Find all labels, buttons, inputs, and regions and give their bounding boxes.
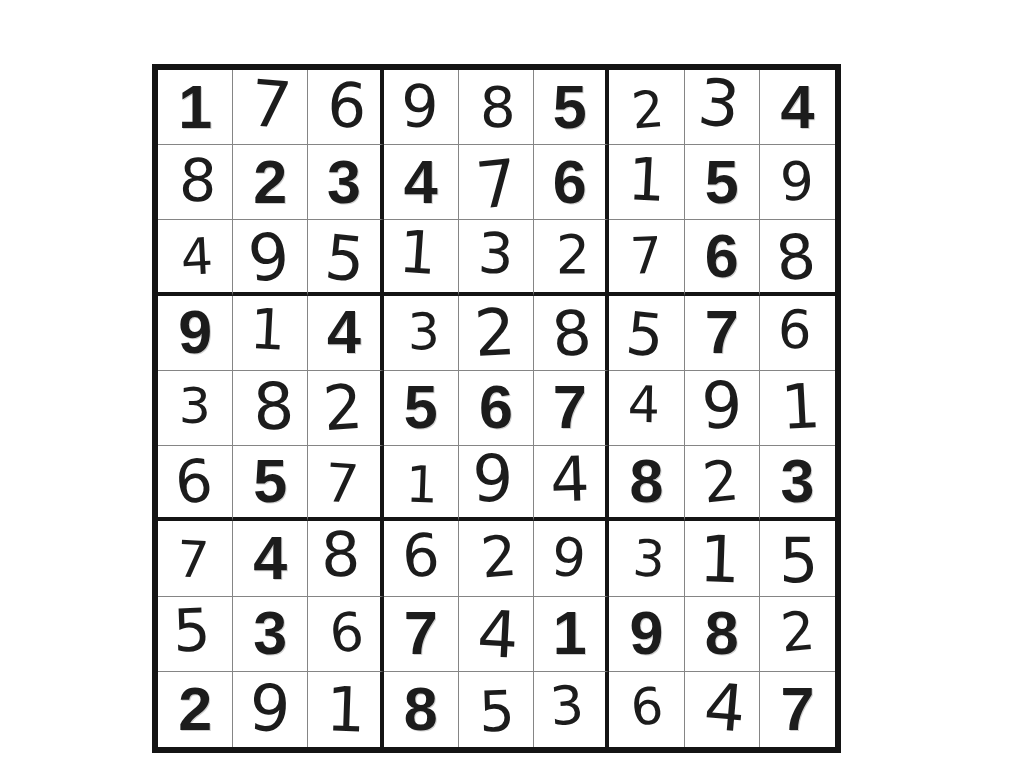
handwritten-digit: 9 (245, 224, 291, 292)
cell-r5c8[interactable]: 9 (685, 371, 760, 446)
page-background: 1769852348234761594951327689143285763825… (0, 0, 1024, 768)
cell-r4c5[interactable]: 2 (459, 296, 534, 371)
cell-r1c9[interactable]: 4 (760, 70, 835, 145)
handwritten-digit: 6 (777, 303, 813, 357)
given-digit: 5 (553, 77, 587, 138)
handwritten-digit: 4 (627, 380, 660, 431)
given-digit: 5 (705, 152, 739, 213)
given-digit: 5 (404, 377, 438, 438)
cell-r6c9[interactable]: 3 (760, 446, 835, 521)
handwritten-digit: 2 (473, 300, 517, 366)
cell-r3c4[interactable]: 1 (384, 220, 459, 295)
given-digit: 2 (253, 152, 287, 213)
cell-r1c6[interactable]: 5 (534, 70, 609, 145)
handwritten-digit: 3 (631, 533, 667, 586)
cell-r3c1[interactable]: 4 (158, 220, 233, 295)
cell-r2c5[interactable]: 7 (459, 145, 534, 220)
handwritten-digit: 3 (407, 306, 440, 357)
cell-r7c3[interactable]: 8 (308, 521, 383, 596)
given-digit: 7 (553, 377, 587, 438)
handwritten-digit: 6 (628, 681, 665, 734)
cell-r1c7[interactable]: 2 (609, 70, 684, 145)
handwritten-digit: 5 (322, 226, 367, 291)
cell-r3c8[interactable]: 6 (685, 220, 760, 295)
cell-r3c2[interactable]: 9 (233, 220, 308, 295)
cell-r9c9[interactable]: 7 (760, 672, 835, 747)
handwritten-digit: 7 (323, 456, 360, 511)
cell-r4c2[interactable]: 1 (233, 296, 308, 371)
handwritten-digit: 9 (472, 447, 513, 511)
given-digit: 3 (253, 603, 287, 664)
handwritten-digit: 3 (477, 225, 515, 282)
cell-r5c6[interactable]: 7 (534, 371, 609, 446)
cell-r4c3[interactable]: 4 (308, 296, 383, 371)
cell-r6c1[interactable]: 6 (158, 446, 233, 521)
given-digit: 6 (479, 377, 513, 438)
cell-r2c6[interactable]: 6 (534, 145, 609, 220)
handwritten-digit: 8 (252, 374, 295, 440)
given-digit: 4 (404, 152, 438, 213)
cell-r4c4[interactable]: 3 (384, 296, 459, 371)
cell-r8c4[interactable]: 7 (384, 597, 459, 672)
cell-r3c5[interactable]: 3 (459, 220, 534, 295)
given-digit: 4 (780, 77, 814, 138)
cell-r2c8[interactable]: 5 (685, 145, 760, 220)
handwritten-digit: 5 (623, 304, 666, 366)
cell-r9c5[interactable]: 5 (459, 672, 534, 747)
handwritten-digit: 9 (549, 530, 588, 586)
handwritten-digit: 8 (549, 301, 593, 366)
handwritten-digit: 4 (549, 448, 590, 511)
cell-r1c3[interactable]: 6 (308, 70, 383, 145)
handwritten-digit: 8 (321, 524, 361, 586)
cell-r8c2[interactable]: 3 (233, 597, 308, 672)
handwritten-digit: 9 (701, 373, 743, 438)
cell-r1c1[interactable]: 1 (158, 70, 233, 145)
cell-r3c7[interactable]: 7 (609, 220, 684, 295)
handwritten-digit: 2 (321, 376, 364, 440)
cell-r6c7[interactable]: 8 (609, 446, 684, 521)
cell-r9c7[interactable]: 6 (609, 672, 684, 747)
given-digit: 7 (705, 302, 739, 363)
cell-r6c3[interactable]: 7 (308, 446, 383, 521)
cell-r6c5[interactable]: 9 (459, 446, 534, 521)
handwritten-digit: 7 (247, 71, 293, 139)
handwritten-digit: 9 (779, 155, 814, 209)
cell-r5c7[interactable]: 4 (609, 371, 684, 446)
given-digit: 3 (327, 152, 361, 213)
handwritten-digit: 1 (325, 679, 366, 742)
given-digit: 9 (178, 302, 212, 363)
cell-r5c5[interactable]: 6 (459, 371, 534, 446)
given-digit: 1 (553, 603, 587, 664)
cell-r7c7[interactable]: 3 (609, 521, 684, 596)
cell-r8c9[interactable]: 2 (760, 597, 835, 672)
cell-r4c7[interactable]: 5 (609, 296, 684, 371)
given-digit: 4 (327, 302, 361, 363)
cell-r5c3[interactable]: 2 (308, 371, 383, 446)
handwritten-digit: 8 (480, 80, 517, 137)
handwritten-digit: 3 (548, 679, 585, 734)
handwritten-digit: 4 (476, 601, 520, 667)
handwritten-digit: 4 (180, 231, 215, 283)
handwritten-digit: 2 (629, 84, 665, 137)
cell-r3c6[interactable]: 2 (534, 220, 609, 295)
handwritten-digit: 7 (473, 151, 520, 219)
cell-r4c6[interactable]: 8 (534, 296, 609, 371)
given-digit: 6 (705, 226, 739, 287)
handwritten-digit: 1 (248, 301, 287, 359)
cell-r1c2[interactable]: 7 (233, 70, 308, 145)
given-digit: 4 (253, 528, 287, 589)
cell-r7c6[interactable]: 9 (534, 521, 609, 596)
cell-r8c6[interactable]: 1 (534, 597, 609, 672)
handwritten-digit: 2 (778, 604, 816, 660)
cell-r2c4[interactable]: 4 (384, 145, 459, 220)
handwritten-digit: 3 (695, 70, 742, 138)
cell-r2c1[interactable]: 8 (158, 145, 233, 220)
cell-r4c1[interactable]: 9 (158, 296, 233, 371)
cell-r9c4[interactable]: 8 (384, 672, 459, 747)
cell-r2c3[interactable]: 3 (308, 145, 383, 220)
handwritten-digit: 9 (247, 676, 292, 743)
cell-r3c9[interactable]: 8 (760, 220, 835, 295)
cell-r7c9[interactable]: 5 (760, 521, 835, 596)
given-digit: 2 (178, 679, 212, 740)
cell-r5c9[interactable]: 1 (760, 371, 835, 446)
cell-r1c5[interactable]: 8 (459, 70, 534, 145)
cell-r8c5[interactable]: 4 (459, 597, 534, 672)
handwritten-digit: 5 (478, 684, 516, 741)
handwritten-digit: 1 (405, 459, 439, 510)
handwritten-digit: 1 (779, 375, 821, 439)
handwritten-digit: 5 (172, 601, 211, 661)
cell-r7c5[interactable]: 2 (459, 521, 534, 596)
cell-r2c7[interactable]: 1 (609, 145, 684, 220)
handwritten-digit: 3 (179, 381, 211, 431)
cell-r4c8[interactable]: 7 (685, 296, 760, 371)
given-digit: 1 (178, 77, 212, 138)
handwritten-digit: 6 (401, 526, 441, 587)
cell-r1c8[interactable]: 3 (685, 70, 760, 145)
handwritten-digit: 9 (401, 77, 439, 136)
cell-r9c1[interactable]: 2 (158, 672, 233, 747)
handwritten-digit: 7 (176, 534, 211, 586)
given-digit: 7 (780, 679, 814, 740)
cell-r3c3[interactable]: 5 (308, 220, 383, 295)
given-digit: 3 (780, 451, 814, 512)
cell-r9c2[interactable]: 9 (233, 672, 308, 747)
handwritten-digit: 1 (626, 150, 666, 211)
handwritten-digit: 5 (779, 531, 818, 593)
cell-r5c1[interactable]: 3 (158, 371, 233, 446)
given-digit: 6 (553, 152, 587, 213)
handwritten-digit: 8 (773, 225, 818, 290)
handwritten-digit: 8 (178, 151, 217, 211)
handwritten-digit: 1 (397, 222, 438, 283)
cell-r8c3[interactable]: 6 (308, 597, 383, 672)
cell-r6c4[interactable]: 1 (384, 446, 459, 521)
cell-r7c2[interactable]: 4 (233, 521, 308, 596)
cell-r5c4[interactable]: 5 (384, 371, 459, 446)
cell-r4c9[interactable]: 6 (760, 296, 835, 371)
handwritten-digit: 4 (701, 675, 747, 743)
cell-r7c4[interactable]: 6 (384, 521, 459, 596)
given-digit: 7 (404, 603, 438, 664)
given-digit: 8 (629, 451, 663, 512)
cell-r6c2[interactable]: 5 (233, 446, 308, 521)
cell-r8c7[interactable]: 9 (609, 597, 684, 672)
cell-r7c8[interactable]: 1 (685, 521, 760, 596)
cell-r8c1[interactable]: 5 (158, 597, 233, 672)
handwritten-digit: 6 (327, 604, 366, 660)
handwritten-digit: 2 (479, 528, 519, 587)
cell-r9c3[interactable]: 1 (308, 672, 383, 747)
cell-r6c6[interactable]: 4 (534, 446, 609, 521)
given-digit: 5 (253, 451, 287, 512)
handwritten-digit: 6 (326, 74, 368, 138)
cell-r1c4[interactable]: 9 (384, 70, 459, 145)
cell-r9c8[interactable]: 4 (685, 672, 760, 747)
cell-r5c2[interactable]: 8 (233, 371, 308, 446)
handwritten-digit: 6 (173, 451, 215, 513)
cell-r2c2[interactable]: 2 (233, 145, 308, 220)
handwritten-digit: 2 (556, 228, 590, 281)
given-digit: 8 (705, 603, 739, 664)
cell-r7c1[interactable]: 7 (158, 521, 233, 596)
given-digit: 8 (404, 679, 438, 740)
handwritten-digit: 2 (700, 452, 741, 511)
handwritten-digit: 1 (698, 528, 741, 594)
cell-r9c6[interactable]: 3 (534, 672, 609, 747)
handwritten-digit: 7 (629, 230, 663, 281)
sudoku-board: 1769852348234761594951327689143285763825… (152, 64, 841, 753)
given-digit: 9 (629, 603, 663, 664)
cell-r6c8[interactable]: 2 (685, 446, 760, 521)
cell-r2c9[interactable]: 9 (760, 145, 835, 220)
cell-r8c8[interactable]: 8 (685, 597, 760, 672)
